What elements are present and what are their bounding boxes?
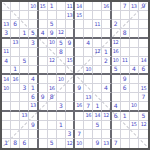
cell-r14c1[interactable] — [2, 121, 11, 130]
cell-r4c9[interactable] — [75, 29, 84, 38]
cell-r15c13[interactable] — [112, 130, 121, 139]
cell-r3c9[interactable] — [75, 20, 84, 29]
cell-r9c9[interactable] — [75, 75, 84, 84]
cell-r10c14[interactable]: 6 — [121, 84, 130, 93]
cell-r8c5[interactable] — [39, 66, 48, 75]
cell-r8c13[interactable]: 5 — [112, 66, 121, 75]
cell-r9c1[interactable]: 14 — [2, 75, 11, 84]
cell-r13c8[interactable] — [66, 112, 75, 121]
cell-r15c15[interactable] — [130, 130, 139, 139]
cell-r14c4[interactable]: 9 — [29, 121, 38, 130]
cell-r12c13[interactable]: 4 — [112, 102, 121, 111]
cell-r12c8[interactable] — [66, 102, 75, 111]
cell-r10c9[interactable]: 9 — [75, 84, 84, 93]
cell-r4c13[interactable] — [112, 29, 121, 38]
cell-r11c15[interactable] — [130, 93, 139, 102]
cell-r4c2[interactable] — [11, 29, 20, 38]
cell-r9c16[interactable] — [139, 75, 148, 84]
cell-r8c16[interactable]: 6 — [139, 66, 148, 75]
cell-r8c9[interactable] — [75, 66, 84, 75]
cell-r7c11[interactable] — [93, 57, 102, 66]
cell-r16c2[interactable]: 8 — [11, 139, 20, 148]
cell-r4c8[interactable] — [66, 29, 75, 38]
cell-r4c15[interactable] — [130, 29, 139, 38]
cell-r3c4[interactable] — [29, 20, 38, 29]
cell-r15c11[interactable] — [93, 130, 102, 139]
cell-r7c10[interactable] — [84, 57, 93, 66]
cell-r7c9[interactable] — [75, 57, 84, 66]
cell-r9c14[interactable]: 9 — [121, 75, 130, 84]
cell-r16c1[interactable]: 1 — [2, 139, 11, 148]
cell-r10c5[interactable] — [39, 84, 48, 93]
cell-r6c12[interactable]: 1 — [102, 48, 111, 57]
cell-r2c5[interactable] — [39, 11, 48, 20]
cell-r14c13[interactable] — [112, 121, 121, 130]
cell-r15c9[interactable]: 7 — [75, 130, 84, 139]
cell-r14c15[interactable]: 15 — [130, 121, 139, 130]
cell-r9c7[interactable]: 10 — [57, 75, 66, 84]
cell-r5c15[interactable] — [130, 39, 139, 48]
cell-r9c8[interactable] — [66, 75, 75, 84]
cell-r13c12[interactable]: 12 — [102, 112, 111, 121]
cell-r7c14[interactable]: 11 — [121, 57, 130, 66]
cell-r4c10[interactable] — [84, 29, 93, 38]
cell-r1c10[interactable] — [84, 2, 93, 11]
cell-r10c8[interactable] — [66, 84, 75, 93]
cell-r15c8[interactable]: 3 — [66, 130, 75, 139]
cell-r6c8[interactable] — [66, 48, 75, 57]
cell-r13c1[interactable] — [2, 112, 11, 121]
cell-r6c1[interactable]: 11 — [2, 48, 11, 57]
cell-r1c5[interactable]: 15 — [39, 2, 48, 11]
cell-r16c3[interactable]: 6 — [20, 139, 29, 148]
cell-r4c14[interactable]: 8 — [121, 29, 130, 38]
cell-r1c2[interactable] — [11, 2, 20, 11]
cell-r10c1[interactable]: 10 — [2, 84, 11, 93]
cell-r15c7[interactable] — [57, 130, 66, 139]
cell-r9c3[interactable] — [20, 75, 29, 84]
cell-r16c8[interactable]: 12 — [66, 139, 75, 148]
cell-r11c13[interactable] — [112, 93, 121, 102]
cell-r3c2[interactable]: 6 — [11, 20, 20, 29]
cell-r11c10[interactable]: 13 — [84, 93, 93, 102]
cell-r14c14[interactable] — [121, 121, 130, 130]
cell-r14c3[interactable] — [20, 121, 29, 130]
cell-r9c12[interactable] — [102, 75, 111, 84]
cell-r5c11[interactable] — [93, 39, 102, 48]
cell-r3c11[interactable]: 11 — [93, 20, 102, 29]
cell-r3c13[interactable]: 2 — [112, 20, 121, 29]
cell-r4c3[interactable]: 1 — [20, 29, 29, 38]
cell-r6c6[interactable] — [48, 48, 57, 57]
cell-r4c5[interactable]: 4 — [39, 29, 48, 38]
cell-r13c5[interactable] — [39, 112, 48, 121]
cell-r16c10[interactable] — [84, 139, 93, 148]
cell-r16c9[interactable]: 10 — [75, 139, 84, 148]
cell-r14c9[interactable] — [75, 121, 84, 130]
cell-r12c5[interactable] — [39, 102, 48, 111]
cell-r5c3[interactable] — [20, 39, 29, 48]
cell-r6c4[interactable] — [29, 48, 38, 57]
cell-r4c11[interactable] — [93, 29, 102, 38]
cell-r14c2[interactable] — [11, 121, 20, 130]
cell-r2c8[interactable]: 13 — [66, 11, 75, 20]
cell-r5c14[interactable] — [121, 39, 130, 48]
cell-r16c7[interactable] — [57, 139, 66, 148]
cell-r6c9[interactable] — [75, 48, 84, 57]
cell-r1c8[interactable]: 11 — [66, 2, 75, 11]
cell-r11c12[interactable] — [102, 93, 111, 102]
cell-r5c6[interactable]: 10 — [48, 39, 57, 48]
cell-r4c1[interactable]: 3 — [2, 29, 11, 38]
cell-r1c9[interactable]: 14 — [75, 2, 84, 11]
cell-r2c14[interactable] — [121, 11, 130, 20]
cell-r2c11[interactable] — [93, 11, 102, 20]
sudoku-grid: 1015111141671391315136511231549128133105… — [2, 2, 148, 148]
cell-r1c11[interactable] — [93, 2, 102, 11]
cell-r3c14[interactable] — [121, 20, 130, 29]
cell-r12c7[interactable]: 3 — [57, 102, 66, 111]
cell-r3c3[interactable] — [20, 20, 29, 29]
cell-r8c8[interactable] — [66, 66, 75, 75]
cell-r6c2[interactable] — [11, 48, 20, 57]
cell-r7c12[interactable]: 2 — [102, 57, 111, 66]
cell-r12c6[interactable] — [48, 102, 57, 111]
cell-r11c2[interactable] — [11, 93, 20, 102]
cell-r1c1[interactable] — [2, 2, 11, 11]
cell-r12c1[interactable] — [2, 102, 11, 111]
cell-r9c2[interactable]: 16 — [11, 75, 20, 84]
cell-r2c1[interactable] — [2, 11, 11, 20]
sudoku-board: 1015111141671391315136511231549128133105… — [0, 0, 150, 150]
cell-r3c12[interactable] — [102, 20, 111, 29]
cell-r16c15[interactable] — [130, 139, 139, 148]
cell-r5c16[interactable] — [139, 39, 148, 48]
cell-r11c8[interactable] — [66, 93, 75, 102]
cell-r1c13[interactable] — [112, 2, 121, 11]
cell-r3c6[interactable]: 5 — [48, 20, 57, 29]
cell-r13c10[interactable]: 16 — [84, 112, 93, 121]
cell-r6c16[interactable] — [139, 48, 148, 57]
cell-r2c6[interactable] — [48, 11, 57, 20]
cell-r4c4[interactable]: 5 — [29, 29, 38, 38]
cell-r9c5[interactable] — [39, 75, 48, 84]
cell-r11c9[interactable] — [75, 93, 84, 102]
cell-r5c1[interactable] — [2, 39, 11, 48]
cell-r2c16[interactable] — [139, 11, 148, 20]
cell-r14c6[interactable] — [48, 121, 57, 130]
cell-r1c6[interactable]: 1 — [48, 2, 57, 11]
cell-r9c4[interactable]: 4 — [29, 75, 38, 84]
cell-r1c16[interactable]: 9 — [139, 2, 148, 11]
cell-r7c8[interactable]: 15 — [66, 57, 75, 66]
cell-r11c5[interactable]: 9 — [39, 93, 48, 102]
cell-r16c12[interactable]: 13 — [102, 139, 111, 148]
cell-r11c11[interactable] — [93, 93, 102, 102]
cell-r3c8[interactable] — [66, 20, 75, 29]
cell-r2c9[interactable]: 15 — [75, 11, 84, 20]
cell-r8c7[interactable] — [57, 66, 66, 75]
cell-r1c12[interactable]: 16 — [102, 2, 111, 11]
cell-r12c11[interactable]: 1 — [93, 102, 102, 111]
cell-r12c9[interactable]: 16 — [75, 102, 84, 111]
cell-r16c16[interactable] — [139, 139, 148, 148]
cell-r6c10[interactable] — [84, 48, 93, 57]
cell-r10c10[interactable] — [84, 84, 93, 93]
cell-r9c10[interactable] — [84, 75, 93, 84]
cell-r13c11[interactable]: 14 — [93, 112, 102, 121]
cell-r9c11[interactable] — [93, 75, 102, 84]
cell-r6c13[interactable]: 16 — [112, 48, 121, 57]
cell-r1c4[interactable]: 10 — [29, 2, 38, 11]
cell-r1c15[interactable]: 13 — [130, 2, 139, 11]
cell-r6c14[interactable] — [121, 48, 130, 57]
cell-r1c3[interactable] — [20, 2, 29, 11]
cell-r7c7[interactable] — [57, 57, 66, 66]
cell-r14c11[interactable]: 5 — [93, 121, 102, 130]
cell-r14c16[interactable]: 12 — [139, 121, 148, 130]
cell-r10c15[interactable] — [130, 84, 139, 93]
cell-r7c3[interactable]: 5 — [20, 57, 29, 66]
cell-r8c3[interactable] — [20, 66, 29, 75]
cell-r13c15[interactable] — [130, 112, 139, 121]
cell-r10c4[interactable]: 1 — [29, 84, 38, 93]
cell-r3c1[interactable]: 13 — [2, 20, 11, 29]
cell-r6c11[interactable]: 12 — [93, 48, 102, 57]
cell-r12c15[interactable]: 10 — [130, 102, 139, 111]
cell-r8c15[interactable]: 4 — [130, 66, 139, 75]
cell-r4c6[interactable]: 9 — [48, 29, 57, 38]
cell-r5c8[interactable]: 9 — [66, 39, 75, 48]
cell-r15c1[interactable] — [2, 130, 11, 139]
cell-r10c2[interactable] — [11, 84, 20, 93]
cell-r5c2[interactable]: 13 — [11, 39, 20, 48]
cell-r16c6[interactable]: 5 — [48, 139, 57, 148]
cell-r4c16[interactable] — [139, 29, 148, 38]
cell-r12c16[interactable] — [139, 102, 148, 111]
cell-r2c4[interactable] — [29, 11, 38, 20]
cell-r9c6[interactable] — [48, 75, 57, 84]
cell-r8c1[interactable] — [2, 66, 11, 75]
cell-r10c7[interactable] — [57, 84, 66, 93]
cell-r7c6[interactable]: 12 — [48, 57, 57, 66]
cell-r9c15[interactable] — [130, 75, 139, 84]
cell-r3c5[interactable] — [39, 20, 48, 29]
cell-r5c12[interactable] — [102, 39, 111, 48]
cell-r2c15[interactable] — [130, 11, 139, 20]
cell-r1c7[interactable] — [57, 2, 66, 11]
cell-r10c6[interactable]: 16 — [48, 84, 57, 93]
cell-r12c10[interactable]: 7 — [84, 102, 93, 111]
cell-r13c2[interactable] — [11, 112, 20, 121]
cell-r8c2[interactable]: 1 — [11, 66, 20, 75]
cell-r2c7[interactable] — [57, 11, 66, 20]
cell-r6c15[interactable] — [130, 48, 139, 57]
cell-r14c7[interactable]: 1 — [57, 121, 66, 130]
cell-r10c13[interactable] — [112, 84, 121, 93]
cell-r13c4[interactable] — [29, 112, 38, 121]
cell-r3c7[interactable] — [57, 20, 66, 29]
cell-r14c8[interactable] — [66, 121, 75, 130]
cell-r5c13[interactable]: 12 — [112, 39, 121, 48]
cell-r15c3[interactable] — [20, 130, 29, 139]
cell-r15c16[interactable] — [139, 130, 148, 139]
cell-r16c4[interactable] — [29, 139, 38, 148]
cell-r5c4[interactable]: 3 — [29, 39, 38, 48]
cell-r11c14[interactable] — [121, 93, 130, 102]
cell-r16c5[interactable] — [39, 139, 48, 148]
cell-r7c5[interactable] — [39, 57, 48, 66]
cell-r7c4[interactable] — [29, 57, 38, 66]
cell-r8c11[interactable] — [93, 66, 102, 75]
cell-r14c10[interactable] — [84, 121, 93, 130]
cell-r8c4[interactable] — [29, 66, 38, 75]
cell-r2c2[interactable] — [11, 11, 20, 20]
cell-r11c16[interactable]: 7 — [139, 93, 148, 102]
cell-r5c7[interactable]: 5 — [57, 39, 66, 48]
cell-r14c12[interactable] — [102, 121, 111, 130]
cell-r7c1[interactable]: 4 — [2, 57, 11, 66]
cell-r12c3[interactable] — [20, 102, 29, 111]
cell-r12c2[interactable] — [11, 102, 20, 111]
cell-r11c6[interactable]: 8 — [48, 93, 57, 102]
cell-r6c7[interactable]: 8 — [57, 48, 66, 57]
cell-r13c16[interactable]: 5 — [139, 112, 148, 121]
cell-r16c14[interactable] — [121, 139, 130, 148]
cell-r5c5[interactable] — [39, 39, 48, 48]
cell-r15c2[interactable] — [11, 130, 20, 139]
cell-r13c3[interactable]: 13 — [20, 112, 29, 121]
cell-r2c12[interactable] — [102, 11, 111, 20]
cell-r1c14[interactable]: 7 — [121, 2, 130, 11]
cell-r15c5[interactable] — [39, 130, 48, 139]
cell-r3c10[interactable] — [84, 20, 93, 29]
cell-r10c12[interactable]: 4 — [102, 84, 111, 93]
cell-r8c10[interactable]: 10 — [84, 66, 93, 75]
cell-r4c12[interactable] — [102, 29, 111, 38]
cell-r8c14[interactable] — [121, 66, 130, 75]
cell-r2c10[interactable] — [84, 11, 93, 20]
cell-r14c5[interactable] — [39, 121, 48, 130]
cell-r4c7[interactable]: 12 — [57, 29, 66, 38]
cell-r9c13[interactable] — [112, 75, 121, 84]
cell-r6c5[interactable] — [39, 48, 48, 57]
cell-r8c6[interactable] — [48, 66, 57, 75]
cell-r3c16[interactable] — [139, 20, 148, 29]
cell-r16c11[interactable]: 9 — [93, 139, 102, 148]
cell-r2c13[interactable] — [112, 11, 121, 20]
cell-r13c6[interactable] — [48, 112, 57, 121]
cell-r8c12[interactable] — [102, 66, 111, 75]
cell-r13c14[interactable]: 1 — [121, 112, 130, 121]
cell-r5c9[interactable] — [75, 39, 84, 48]
cell-r11c3[interactable] — [20, 93, 29, 102]
cell-r11c4[interactable]: 6 — [29, 93, 38, 102]
cell-r12c12[interactable] — [102, 102, 111, 111]
cell-r3c15[interactable] — [130, 20, 139, 29]
cell-r13c7[interactable] — [57, 112, 66, 121]
cell-r2c3[interactable] — [20, 11, 29, 20]
cell-r13c13[interactable]: 6 — [112, 112, 121, 121]
cell-r15c14[interactable] — [121, 130, 130, 139]
cell-r5c10[interactable]: 4 — [84, 39, 93, 48]
cell-r15c10[interactable] — [84, 130, 93, 139]
cell-r12c14[interactable] — [121, 102, 130, 111]
cell-r15c4[interactable] — [29, 130, 38, 139]
cell-r11c7[interactable] — [57, 93, 66, 102]
cell-r15c12[interactable] — [102, 130, 111, 139]
cell-r10c11[interactable] — [93, 84, 102, 93]
cell-r15c6[interactable] — [48, 130, 57, 139]
cell-r10c3[interactable]: 3 — [20, 84, 29, 93]
cell-r10c16[interactable]: 15 — [139, 84, 148, 93]
cell-r6c3[interactable] — [20, 48, 29, 57]
cell-r13c9[interactable] — [75, 112, 84, 121]
cell-r12c4[interactable]: 13 — [29, 102, 38, 111]
cell-r11c1[interactable] — [2, 93, 11, 102]
cell-r16c13[interactable]: 7 — [112, 139, 121, 148]
